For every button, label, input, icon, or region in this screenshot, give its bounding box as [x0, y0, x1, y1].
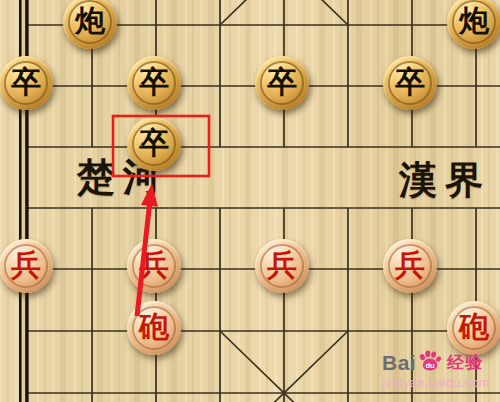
move-arrow-head — [141, 183, 158, 207]
watermark-url-text: jingyan.baidu.com — [382, 377, 490, 390]
svg-text:du: du — [426, 361, 436, 370]
watermark-brand-line: Bai du 经验 — [382, 349, 490, 375]
baidu-paw-icon: du — [417, 349, 444, 375]
move-arrow-shaft — [137, 200, 150, 316]
watermark-bai-text: Bai — [382, 352, 416, 373]
watermark-jingyan-text: 经验 — [447, 354, 483, 371]
xiangqi-board: 楚河 漢界 Bai du 经验 jingyan.baidu.com 炮炮卒卒卒卒… — [0, 0, 500, 402]
baidu-jingyan-watermark: Bai du 经验 jingyan.baidu.com — [382, 349, 490, 390]
annotation-overlay — [0, 0, 500, 402]
highlight-box — [113, 116, 209, 176]
